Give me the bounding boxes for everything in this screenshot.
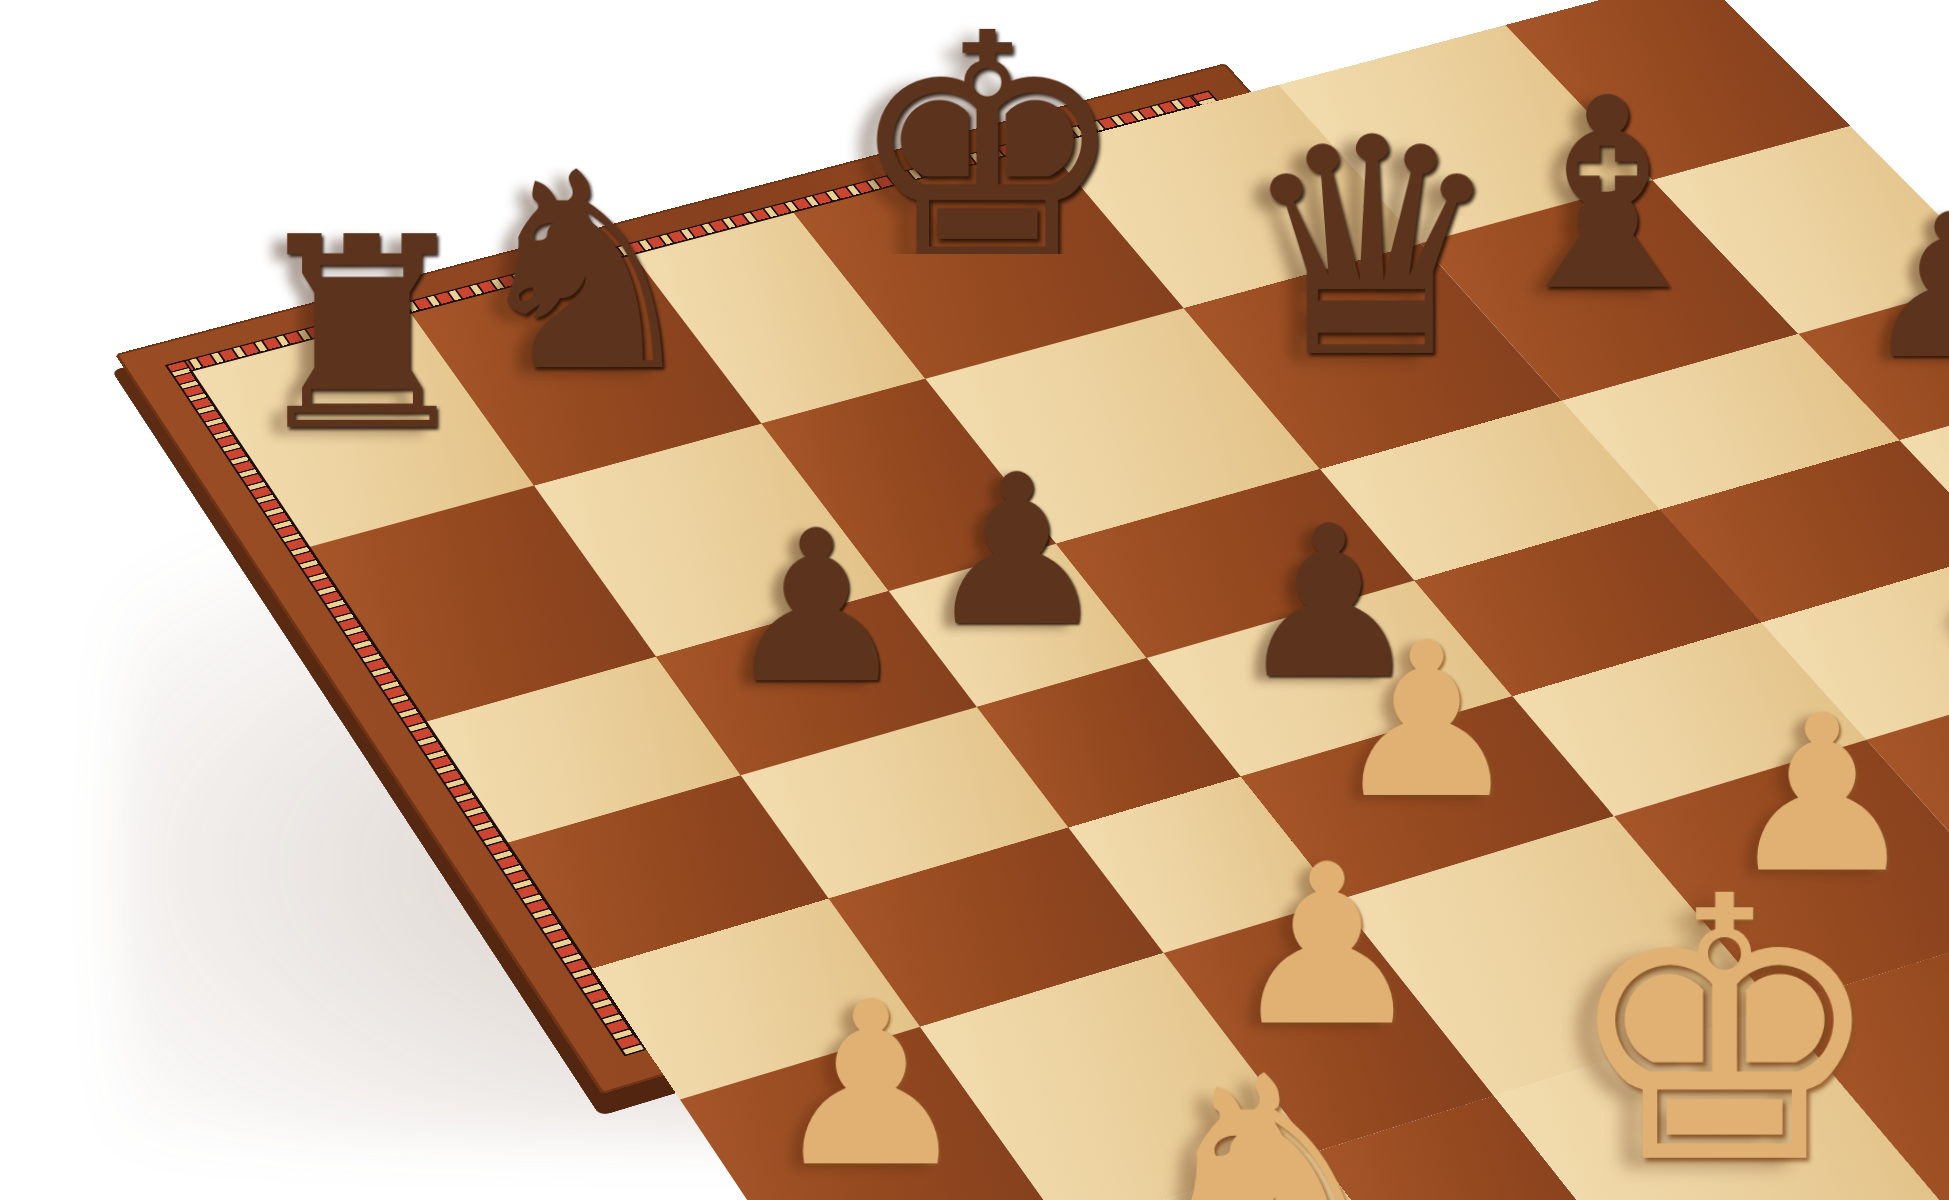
piece-black-queen-e7[interactable]: ♛ [1236,99,1506,400]
photo-background: ♜♞♚♛♝♟♟♟♟♟♟♟♟♛♞♚♞♜ [0,0,1949,1200]
piece-white-queen-g3[interactable]: ♛ [1929,518,1949,841]
piece-black-king-d8[interactable]: ♚ [846,0,1128,307]
piece-black-pawn-c6[interactable]: ♟ [924,447,1111,655]
piece-white-pawn-a3[interactable]: ♟ [769,972,972,1198]
piece-white-knight-b1[interactable]: ♞ [1132,1035,1415,1200]
piece-black-pawn-h6[interactable]: ♟ [1861,188,1949,387]
square-d1[interactable]: ♚ [1494,1007,1949,1200]
piece-white-pawn-d4[interactable]: ♟ [1331,615,1523,829]
piece-black-knight-b8[interactable]: ♞ [463,137,707,409]
piece-white-king-d1[interactable]: ♚ [1561,850,1887,1200]
piece-black-bishop-g7[interactable]: ♝ [1490,64,1726,328]
piece-black-pawn-b6[interactable]: ♟ [722,503,910,713]
piece-black-rook-a8[interactable]: ♜ [243,202,481,467]
